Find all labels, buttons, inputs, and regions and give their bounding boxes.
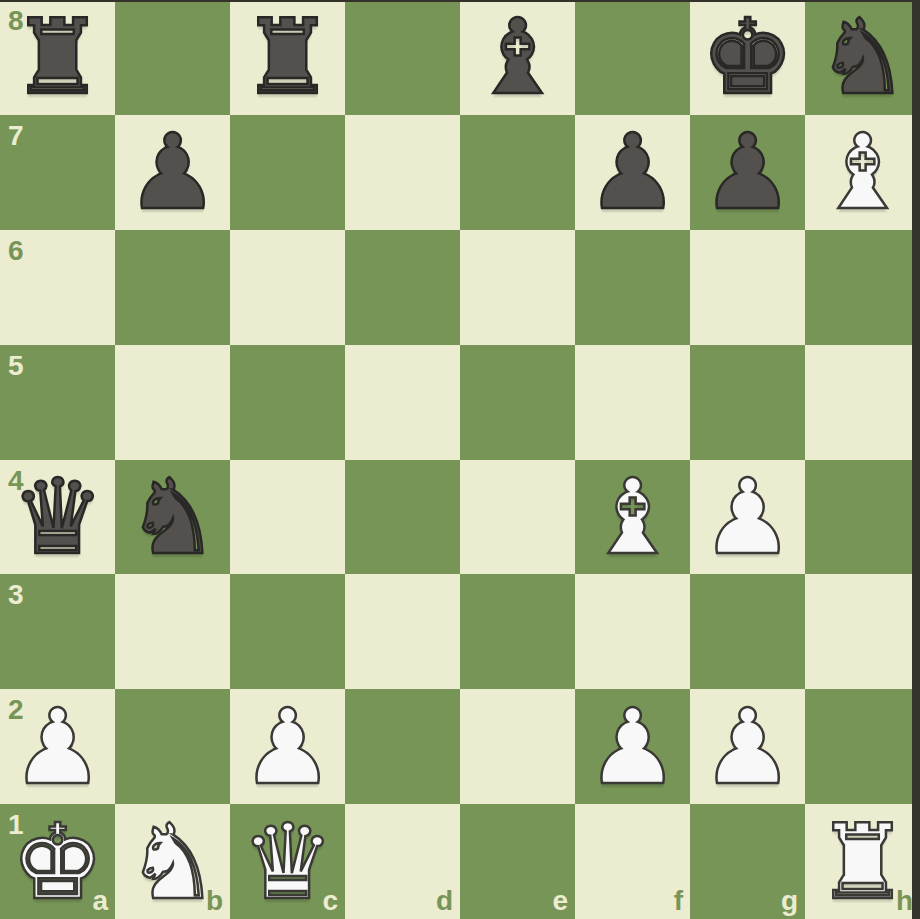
piece-black-queen[interactable]: ♛ bbox=[11, 465, 104, 569]
rank-label-7: 7 bbox=[8, 122, 24, 150]
square-e3[interactable] bbox=[460, 574, 575, 689]
file-label-f: f bbox=[674, 887, 683, 915]
piece-black-king[interactable]: ♚ bbox=[701, 5, 794, 109]
square-f7[interactable]: ♟ bbox=[575, 115, 690, 230]
square-c8[interactable]: ♜ bbox=[230, 0, 345, 115]
piece-black-rook[interactable]: ♜ bbox=[241, 5, 334, 109]
square-b7[interactable]: ♟ bbox=[115, 115, 230, 230]
square-c7[interactable] bbox=[230, 115, 345, 230]
square-b8[interactable] bbox=[115, 0, 230, 115]
square-e4[interactable] bbox=[460, 460, 575, 575]
square-a4[interactable]: 4♛ bbox=[0, 460, 115, 575]
square-c2[interactable]: ♟ bbox=[230, 689, 345, 804]
piece-white-bishop[interactable]: ♝ bbox=[586, 465, 679, 569]
file-label-g: g bbox=[781, 887, 798, 915]
file-label-d: d bbox=[436, 887, 453, 915]
rank-label-5: 5 bbox=[8, 352, 24, 380]
square-a8[interactable]: 8♜ bbox=[0, 0, 115, 115]
piece-white-rook[interactable]: ♜ bbox=[816, 810, 909, 914]
rank-label-6: 6 bbox=[8, 237, 24, 265]
square-g8[interactable]: ♚ bbox=[690, 0, 805, 115]
square-e1[interactable]: e bbox=[460, 804, 575, 919]
square-h3[interactable] bbox=[805, 574, 920, 689]
piece-white-knight[interactable]: ♞ bbox=[126, 810, 219, 914]
square-f4[interactable]: ♝ bbox=[575, 460, 690, 575]
square-g1[interactable]: g bbox=[690, 804, 805, 919]
square-b4[interactable]: ♞ bbox=[115, 460, 230, 575]
square-h6[interactable] bbox=[805, 230, 920, 345]
square-e8[interactable]: ♝ bbox=[460, 0, 575, 115]
square-b2[interactable] bbox=[115, 689, 230, 804]
square-d4[interactable] bbox=[345, 460, 460, 575]
square-c1[interactable]: c♛ bbox=[230, 804, 345, 919]
square-b3[interactable] bbox=[115, 574, 230, 689]
square-f6[interactable] bbox=[575, 230, 690, 345]
square-g7[interactable]: ♟ bbox=[690, 115, 805, 230]
square-e5[interactable] bbox=[460, 345, 575, 460]
square-d1[interactable]: d bbox=[345, 804, 460, 919]
square-d2[interactable] bbox=[345, 689, 460, 804]
piece-black-rook[interactable]: ♜ bbox=[11, 5, 104, 109]
piece-white-king[interactable]: ♚ bbox=[11, 810, 104, 914]
square-a7[interactable]: 7 bbox=[0, 115, 115, 230]
square-f1[interactable]: f bbox=[575, 804, 690, 919]
piece-white-pawn[interactable]: ♟ bbox=[11, 695, 104, 799]
square-g5[interactable] bbox=[690, 345, 805, 460]
square-h8[interactable]: ♞ bbox=[805, 0, 920, 115]
square-f8[interactable] bbox=[575, 0, 690, 115]
piece-black-knight[interactable]: ♞ bbox=[816, 5, 909, 109]
square-a6[interactable]: 6 bbox=[0, 230, 115, 345]
square-d5[interactable] bbox=[345, 345, 460, 460]
square-d8[interactable] bbox=[345, 0, 460, 115]
piece-white-pawn[interactable]: ♟ bbox=[241, 695, 334, 799]
piece-white-bishop[interactable]: ♝ bbox=[816, 120, 909, 224]
square-b1[interactable]: b♞ bbox=[115, 804, 230, 919]
square-e2[interactable] bbox=[460, 689, 575, 804]
square-g4[interactable]: ♟ bbox=[690, 460, 805, 575]
square-b5[interactable] bbox=[115, 345, 230, 460]
square-c5[interactable] bbox=[230, 345, 345, 460]
square-h5[interactable] bbox=[805, 345, 920, 460]
square-h2[interactable] bbox=[805, 689, 920, 804]
square-c3[interactable] bbox=[230, 574, 345, 689]
file-label-e: e bbox=[552, 887, 568, 915]
square-f5[interactable] bbox=[575, 345, 690, 460]
square-d6[interactable] bbox=[345, 230, 460, 345]
square-a2[interactable]: 2♟ bbox=[0, 689, 115, 804]
piece-black-bishop[interactable]: ♝ bbox=[471, 5, 564, 109]
square-d3[interactable] bbox=[345, 574, 460, 689]
board-frame-top bbox=[0, 0, 920, 2]
piece-black-knight[interactable]: ♞ bbox=[126, 465, 219, 569]
square-d7[interactable] bbox=[345, 115, 460, 230]
square-g6[interactable] bbox=[690, 230, 805, 345]
board-frame-right bbox=[912, 0, 920, 919]
square-f2[interactable]: ♟ bbox=[575, 689, 690, 804]
square-h4[interactable] bbox=[805, 460, 920, 575]
piece-black-pawn[interactable]: ♟ bbox=[586, 120, 679, 224]
square-e7[interactable] bbox=[460, 115, 575, 230]
square-b6[interactable] bbox=[115, 230, 230, 345]
square-g3[interactable] bbox=[690, 574, 805, 689]
square-c6[interactable] bbox=[230, 230, 345, 345]
piece-white-pawn[interactable]: ♟ bbox=[701, 695, 794, 799]
square-a1[interactable]: 1a♚ bbox=[0, 804, 115, 919]
square-g2[interactable]: ♟ bbox=[690, 689, 805, 804]
square-a5[interactable]: 5 bbox=[0, 345, 115, 460]
chess-board-wrap: 8♜♜♝♚♞7♟♟♟♝654♛♞♝♟32♟♟♟♟1a♚b♞c♛defgh♜ bbox=[0, 0, 920, 919]
square-h7[interactable]: ♝ bbox=[805, 115, 920, 230]
square-h1[interactable]: h♜ bbox=[805, 804, 920, 919]
piece-white-pawn[interactable]: ♟ bbox=[701, 465, 794, 569]
square-a3[interactable]: 3 bbox=[0, 574, 115, 689]
piece-white-pawn[interactable]: ♟ bbox=[586, 695, 679, 799]
piece-black-pawn[interactable]: ♟ bbox=[701, 120, 794, 224]
chess-board: 8♜♜♝♚♞7♟♟♟♝654♛♞♝♟32♟♟♟♟1a♚b♞c♛defgh♜ bbox=[0, 0, 920, 919]
square-c4[interactable] bbox=[230, 460, 345, 575]
square-e6[interactable] bbox=[460, 230, 575, 345]
square-f3[interactable] bbox=[575, 574, 690, 689]
rank-label-3: 3 bbox=[8, 581, 24, 609]
piece-white-queen[interactable]: ♛ bbox=[241, 810, 334, 914]
piece-black-pawn[interactable]: ♟ bbox=[126, 120, 219, 224]
